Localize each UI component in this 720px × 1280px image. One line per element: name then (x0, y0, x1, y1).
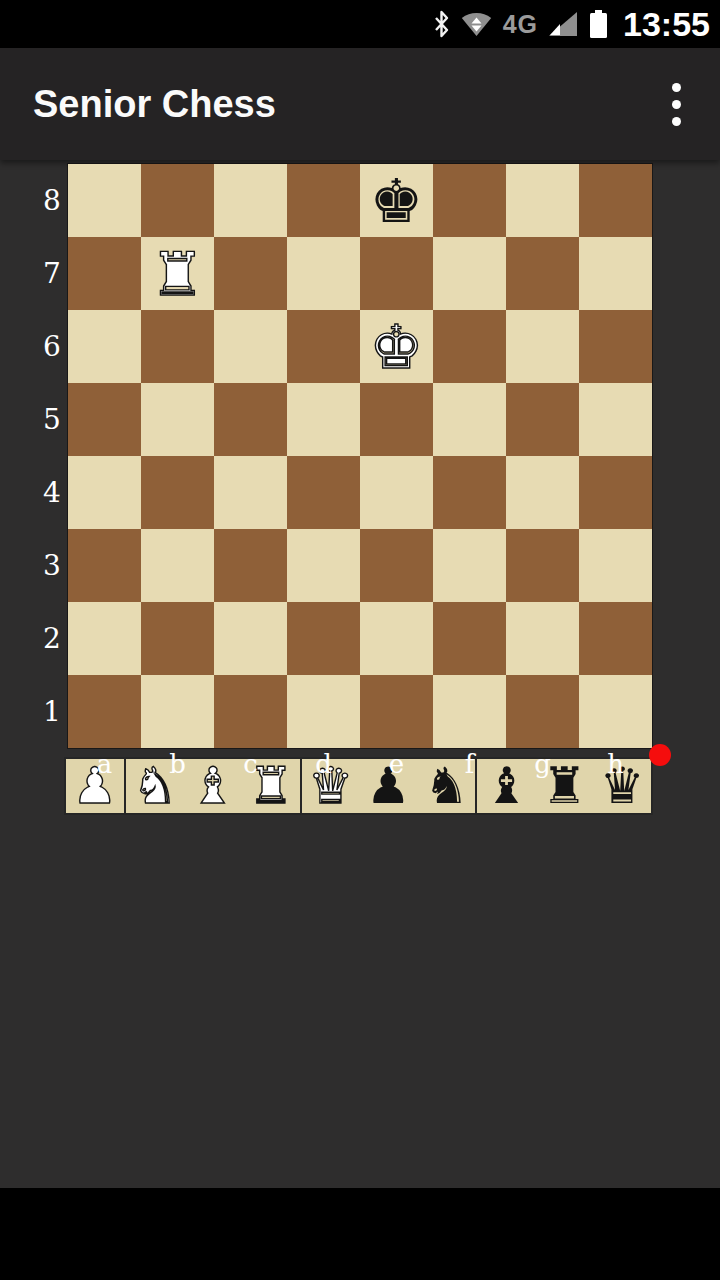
square-b1[interactable] (141, 675, 214, 748)
rank-label-7: 7 (40, 237, 64, 310)
clock: 13:55 (623, 5, 710, 44)
square-b4[interactable] (141, 456, 214, 529)
square-g4[interactable] (506, 456, 579, 529)
square-g5[interactable] (506, 383, 579, 456)
square-a3[interactable] (68, 529, 141, 602)
square-e2[interactable] (360, 602, 433, 675)
square-d8[interactable] (287, 164, 360, 237)
square-d7[interactable] (287, 237, 360, 310)
signal-icon (549, 12, 577, 36)
white-rook: ♜ (151, 244, 205, 304)
rank-label-2: 2 (40, 602, 64, 675)
white-king: ♚ (370, 317, 424, 377)
rank-label-3: 3 (40, 529, 64, 602)
rank-label-8: 8 (40, 164, 64, 237)
square-a8[interactable] (68, 164, 141, 237)
square-b5[interactable] (141, 383, 214, 456)
file-label-d: d (287, 750, 360, 778)
nav-bar (0, 1188, 720, 1280)
square-c1[interactable] (214, 675, 287, 748)
square-d3[interactable] (287, 529, 360, 602)
square-c7[interactable] (214, 237, 287, 310)
square-f7[interactable] (433, 237, 506, 310)
square-a4[interactable] (68, 456, 141, 529)
rank-label-4: 4 (40, 456, 64, 529)
square-b2[interactable] (141, 602, 214, 675)
square-f3[interactable] (433, 529, 506, 602)
battery-icon (588, 10, 609, 38)
square-c3[interactable] (214, 529, 287, 602)
square-g8[interactable] (506, 164, 579, 237)
file-label-h: h (579, 750, 652, 778)
square-c6[interactable] (214, 310, 287, 383)
square-c4[interactable] (214, 456, 287, 529)
app-bar: Senior Chess (0, 48, 720, 160)
square-f4[interactable] (433, 456, 506, 529)
square-g1[interactable] (506, 675, 579, 748)
square-h1[interactable] (579, 675, 652, 748)
square-a2[interactable] (68, 602, 141, 675)
square-g2[interactable] (506, 602, 579, 675)
square-h7[interactable] (579, 237, 652, 310)
square-g6[interactable] (506, 310, 579, 383)
phone-screen: 4G 13:55 Senior Chess ♚♜♚ 87654321 abcde… (0, 0, 720, 1280)
rank-label-1: 1 (40, 675, 64, 748)
square-a7[interactable] (68, 237, 141, 310)
square-e3[interactable] (360, 529, 433, 602)
square-d5[interactable] (287, 383, 360, 456)
status-bar: 4G 13:55 (0, 0, 720, 48)
square-d6[interactable] (287, 310, 360, 383)
square-b8[interactable] (141, 164, 214, 237)
square-f5[interactable] (433, 383, 506, 456)
file-label-c: c (214, 750, 287, 778)
square-f6[interactable] (433, 310, 506, 383)
square-a1[interactable] (68, 675, 141, 748)
square-e4[interactable] (360, 456, 433, 529)
wifi-icon (461, 12, 492, 37)
file-label-b: b (141, 750, 214, 778)
square-h4[interactable] (579, 456, 652, 529)
square-e8[interactable]: ♚ (360, 164, 433, 237)
square-b3[interactable] (141, 529, 214, 602)
file-label-e: e (360, 750, 433, 778)
square-f8[interactable] (433, 164, 506, 237)
square-g3[interactable] (506, 529, 579, 602)
app-title: Senior Chess (33, 83, 276, 126)
square-e6[interactable]: ♚ (360, 310, 433, 383)
square-d1[interactable] (287, 675, 360, 748)
square-h5[interactable] (579, 383, 652, 456)
square-e1[interactable] (360, 675, 433, 748)
network-type-label: 4G (503, 10, 538, 39)
square-a5[interactable] (68, 383, 141, 456)
chess-board: ♚♜♚ (68, 164, 652, 748)
file-label-g: g (506, 750, 579, 778)
square-e5[interactable] (360, 383, 433, 456)
square-b7[interactable]: ♜ (141, 237, 214, 310)
square-h2[interactable] (579, 602, 652, 675)
square-c2[interactable] (214, 602, 287, 675)
bluetooth-icon (433, 10, 450, 38)
kebab-menu-icon[interactable] (660, 48, 692, 160)
file-label-a: a (68, 750, 141, 778)
square-d4[interactable] (287, 456, 360, 529)
square-h3[interactable] (579, 529, 652, 602)
square-h6[interactable] (579, 310, 652, 383)
rank-label-6: 6 (40, 310, 64, 383)
square-c8[interactable] (214, 164, 287, 237)
square-h8[interactable] (579, 164, 652, 237)
square-f2[interactable] (433, 602, 506, 675)
square-c5[interactable] (214, 383, 287, 456)
file-label-f: f (433, 750, 506, 778)
square-b6[interactable] (141, 310, 214, 383)
square-a6[interactable] (68, 310, 141, 383)
square-g7[interactable] (506, 237, 579, 310)
rank-label-5: 5 (40, 383, 64, 456)
square-f1[interactable] (433, 675, 506, 748)
square-d2[interactable] (287, 602, 360, 675)
square-e7[interactable] (360, 237, 433, 310)
turn-indicator-dot (649, 744, 671, 766)
black-king: ♚ (370, 171, 424, 231)
